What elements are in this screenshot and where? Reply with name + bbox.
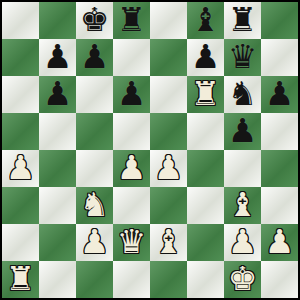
piece-black-rook[interactable]: ♜ bbox=[228, 3, 258, 36]
square-e2[interactable]: ♝ bbox=[150, 224, 187, 261]
square-a8[interactable] bbox=[2, 2, 39, 39]
square-c2[interactable]: ♟ bbox=[76, 224, 113, 261]
piece-black-queen[interactable]: ♛ bbox=[228, 40, 258, 73]
square-g2[interactable]: ♟ bbox=[224, 224, 261, 261]
square-f5[interactable] bbox=[187, 113, 224, 150]
square-d7[interactable] bbox=[113, 39, 150, 76]
piece-black-pawn[interactable]: ♟ bbox=[228, 114, 258, 147]
piece-white-rook[interactable]: ♜ bbox=[191, 77, 221, 110]
piece-white-pawn[interactable]: ♟ bbox=[117, 151, 147, 184]
square-d3[interactable] bbox=[113, 187, 150, 224]
square-h8[interactable] bbox=[261, 2, 298, 39]
square-e7[interactable] bbox=[150, 39, 187, 76]
square-b1[interactable] bbox=[39, 261, 76, 298]
chess-board: ♚♜♝♜♟♟♟♛♟♟♜♞♟♟♟♟♟♞♝♟♛♝♟♟♜♚ bbox=[0, 0, 300, 300]
piece-white-bishop[interactable]: ♝ bbox=[228, 188, 258, 221]
piece-white-rook[interactable]: ♜ bbox=[6, 262, 36, 295]
square-g8[interactable]: ♜ bbox=[224, 2, 261, 39]
piece-black-rook[interactable]: ♜ bbox=[117, 3, 147, 36]
square-f4[interactable] bbox=[187, 150, 224, 187]
piece-white-knight[interactable]: ♞ bbox=[80, 188, 110, 221]
piece-black-pawn[interactable]: ♟ bbox=[43, 77, 73, 110]
square-b6[interactable]: ♟ bbox=[39, 76, 76, 113]
square-h4[interactable] bbox=[261, 150, 298, 187]
square-f8[interactable]: ♝ bbox=[187, 2, 224, 39]
square-b5[interactable] bbox=[39, 113, 76, 150]
square-h1[interactable] bbox=[261, 261, 298, 298]
square-b4[interactable] bbox=[39, 150, 76, 187]
square-b7[interactable]: ♟ bbox=[39, 39, 76, 76]
square-f3[interactable] bbox=[187, 187, 224, 224]
square-e8[interactable] bbox=[150, 2, 187, 39]
piece-black-pawn[interactable]: ♟ bbox=[191, 40, 221, 73]
square-g5[interactable]: ♟ bbox=[224, 113, 261, 150]
square-a6[interactable] bbox=[2, 76, 39, 113]
square-g3[interactable]: ♝ bbox=[224, 187, 261, 224]
piece-white-pawn[interactable]: ♟ bbox=[154, 151, 184, 184]
square-g1[interactable]: ♚ bbox=[224, 261, 261, 298]
piece-white-king[interactable]: ♚ bbox=[228, 262, 258, 295]
square-h2[interactable]: ♟ bbox=[261, 224, 298, 261]
square-a2[interactable] bbox=[2, 224, 39, 261]
square-f2[interactable] bbox=[187, 224, 224, 261]
piece-white-pawn[interactable]: ♟ bbox=[80, 225, 110, 258]
square-a7[interactable] bbox=[2, 39, 39, 76]
square-f1[interactable] bbox=[187, 261, 224, 298]
piece-white-queen[interactable]: ♛ bbox=[117, 225, 147, 258]
square-h7[interactable] bbox=[261, 39, 298, 76]
square-c4[interactable] bbox=[76, 150, 113, 187]
piece-black-pawn[interactable]: ♟ bbox=[117, 77, 147, 110]
square-d4[interactable]: ♟ bbox=[113, 150, 150, 187]
square-c6[interactable] bbox=[76, 76, 113, 113]
square-d2[interactable]: ♛ bbox=[113, 224, 150, 261]
square-g6[interactable]: ♞ bbox=[224, 76, 261, 113]
square-a5[interactable] bbox=[2, 113, 39, 150]
square-a4[interactable]: ♟ bbox=[2, 150, 39, 187]
piece-black-bishop[interactable]: ♝ bbox=[191, 3, 221, 36]
square-c3[interactable]: ♞ bbox=[76, 187, 113, 224]
square-d6[interactable]: ♟ bbox=[113, 76, 150, 113]
piece-white-pawn[interactable]: ♟ bbox=[6, 151, 36, 184]
square-c7[interactable]: ♟ bbox=[76, 39, 113, 76]
square-f6[interactable]: ♜ bbox=[187, 76, 224, 113]
square-b2[interactable] bbox=[39, 224, 76, 261]
square-a3[interactable] bbox=[2, 187, 39, 224]
piece-black-pawn[interactable]: ♟ bbox=[80, 40, 110, 73]
square-c5[interactable] bbox=[76, 113, 113, 150]
square-f7[interactable]: ♟ bbox=[187, 39, 224, 76]
piece-black-pawn[interactable]: ♟ bbox=[43, 40, 73, 73]
square-e5[interactable] bbox=[150, 113, 187, 150]
square-h5[interactable] bbox=[261, 113, 298, 150]
piece-black-knight[interactable]: ♞ bbox=[228, 77, 258, 110]
square-e6[interactable] bbox=[150, 76, 187, 113]
square-e3[interactable] bbox=[150, 187, 187, 224]
square-g7[interactable]: ♛ bbox=[224, 39, 261, 76]
piece-black-pawn[interactable]: ♟ bbox=[265, 77, 295, 110]
square-h6[interactable]: ♟ bbox=[261, 76, 298, 113]
square-d5[interactable] bbox=[113, 113, 150, 150]
square-a1[interactable]: ♜ bbox=[2, 261, 39, 298]
square-b3[interactable] bbox=[39, 187, 76, 224]
piece-black-king[interactable]: ♚ bbox=[80, 3, 110, 36]
square-d1[interactable] bbox=[113, 261, 150, 298]
square-c8[interactable]: ♚ bbox=[76, 2, 113, 39]
board-grid: ♚♜♝♜♟♟♟♛♟♟♜♞♟♟♟♟♟♞♝♟♛♝♟♟♜♚ bbox=[0, 0, 300, 300]
square-d8[interactable]: ♜ bbox=[113, 2, 150, 39]
piece-white-pawn[interactable]: ♟ bbox=[265, 225, 295, 258]
square-c1[interactable] bbox=[76, 261, 113, 298]
square-g4[interactable] bbox=[224, 150, 261, 187]
square-e1[interactable] bbox=[150, 261, 187, 298]
square-h3[interactable] bbox=[261, 187, 298, 224]
square-b8[interactable] bbox=[39, 2, 76, 39]
piece-white-pawn[interactable]: ♟ bbox=[228, 225, 258, 258]
square-e4[interactable]: ♟ bbox=[150, 150, 187, 187]
piece-white-bishop[interactable]: ♝ bbox=[154, 225, 184, 258]
